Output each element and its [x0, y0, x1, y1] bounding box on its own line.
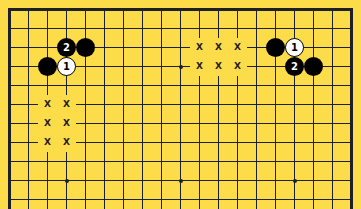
- intersection-6-8: [95, 133, 114, 152]
- grid-line-vertical: [275, 8, 277, 19]
- grid-line-vertical: [161, 171, 163, 190]
- black-stone: [38, 57, 57, 76]
- white-stone-1: 1: [285, 38, 304, 57]
- grid-line-vertical: [199, 171, 201, 190]
- intersection-12-2: [209, 19, 228, 38]
- intersection-16-3: 1: [285, 38, 304, 57]
- intersection-5-3: [76, 38, 95, 57]
- grid-line-vertical: [8, 190, 11, 209]
- intersection-14-6: [247, 95, 266, 114]
- grid-line-vertical: [199, 19, 201, 38]
- intersection-11-1: [190, 0, 209, 19]
- grid-line-vertical: [180, 152, 182, 171]
- grid-line-vertical: [237, 190, 239, 209]
- grid-line-vertical: [313, 38, 315, 57]
- grid-line-vertical: [104, 152, 106, 171]
- intersection-3-5: [38, 76, 57, 95]
- grid-line-vertical: [161, 133, 163, 152]
- intersection-2-10: [19, 171, 38, 190]
- intersection-6-7: [95, 114, 114, 133]
- intersection-13-7: [228, 114, 247, 133]
- intersection-6-11: [95, 190, 114, 209]
- grid-line-vertical: [332, 152, 334, 171]
- grid-line-vertical: [161, 76, 163, 95]
- intersection-17-10: [304, 171, 323, 190]
- intersection-18-2: [323, 19, 342, 38]
- grid-line-vertical: [123, 152, 125, 171]
- grid-line-vertical: [104, 8, 106, 19]
- grid-line-vertical: [199, 114, 201, 133]
- grid-line-vertical: [85, 8, 87, 19]
- intersection-7-2: [114, 19, 133, 38]
- grid-line-vertical: [199, 133, 201, 152]
- grid-line-vertical: [218, 152, 220, 171]
- grid-line-vertical: [218, 190, 220, 209]
- star-point: [65, 179, 69, 183]
- intersection-3-8: X: [38, 133, 57, 152]
- intersection-5-11: [76, 190, 95, 209]
- intersection-14-9: [247, 152, 266, 171]
- grid-line-vertical: [237, 133, 239, 152]
- intersection-11-11: [190, 190, 209, 209]
- grid-line-vertical: [85, 152, 87, 171]
- grid-line-vertical: [237, 19, 239, 38]
- intersection-9-3: [152, 38, 171, 57]
- intersection-9-7: [152, 114, 171, 133]
- go-board: 2XXX11XXX2XXXXXX: [0, 0, 361, 209]
- grid-line-vertical: [8, 57, 11, 76]
- intersection-5-2: [76, 19, 95, 38]
- grid-line-vertical: [275, 76, 277, 95]
- intersection-1-4: [0, 57, 19, 76]
- intersection-10-2: [171, 19, 190, 38]
- intersection-4-11: [57, 190, 76, 209]
- intersection-8-3: [133, 38, 152, 57]
- grid-line-vertical: [28, 190, 30, 209]
- intersection-12-6: [209, 95, 228, 114]
- intersection-13-2: [228, 19, 247, 38]
- grid-line-vertical: [123, 133, 125, 152]
- grid-line-vertical: [47, 152, 49, 171]
- grid-line-vertical: [104, 133, 106, 152]
- grid-line-vertical: [294, 8, 296, 19]
- stone-number: 2: [63, 43, 70, 53]
- intersection-2-9: [19, 152, 38, 171]
- grid-line-vertical: [256, 190, 258, 209]
- x-mark: X: [57, 95, 76, 114]
- intersection-8-9: [133, 152, 152, 171]
- grid-line-vertical: [256, 152, 258, 171]
- grid-line-vertical: [350, 8, 353, 19]
- intersection-18-3: [323, 38, 342, 57]
- intersection-9-2: [152, 19, 171, 38]
- intersection-16-1: [285, 0, 304, 19]
- intersection-12-1: [209, 0, 228, 19]
- intersection-4-7: X: [57, 114, 76, 133]
- intersection-15-11: [266, 190, 285, 209]
- intersection-18-11: [323, 190, 342, 209]
- intersection-3-4: [38, 57, 57, 76]
- intersection-16-5: [285, 76, 304, 95]
- grid-line-vertical: [332, 133, 334, 152]
- grid-line-vertical: [256, 133, 258, 152]
- intersection-17-8: [304, 133, 323, 152]
- x-mark: X: [190, 38, 209, 57]
- grid-line-vertical: [294, 190, 296, 209]
- grid-line-vertical: [8, 133, 11, 152]
- intersection-8-5: [133, 76, 152, 95]
- grid-line-vertical: [332, 171, 334, 190]
- grid-line-vertical: [313, 8, 315, 19]
- intersection-11-10: [190, 171, 209, 190]
- grid-line-vertical: [161, 38, 163, 57]
- grid-line-vertical: [180, 114, 182, 133]
- intersection-18-1: [323, 0, 342, 19]
- intersection-15-9: [266, 152, 285, 171]
- grid-line-vertical: [85, 114, 87, 133]
- intersection-16-7: [285, 114, 304, 133]
- grid-line-vertical: [123, 171, 125, 190]
- white-stone-1: 1: [57, 57, 76, 76]
- intersection-5-10: [76, 171, 95, 190]
- intersection-4-6: X: [57, 95, 76, 114]
- grid-line-vertical: [313, 190, 315, 209]
- grid-line-vertical: [218, 19, 220, 38]
- grid-line-vertical: [161, 8, 163, 19]
- intersection-8-4: [133, 57, 152, 76]
- intersection-6-5: [95, 76, 114, 95]
- intersection-4-2: [57, 19, 76, 38]
- intersection-5-5: [76, 76, 95, 95]
- intersection-18-10: [323, 171, 342, 190]
- grid-line-vertical: [47, 19, 49, 38]
- grid-line-vertical: [142, 76, 144, 95]
- x-mark: X: [228, 38, 247, 57]
- grid-line-vertical: [180, 133, 182, 152]
- grid-line-vertical: [275, 95, 277, 114]
- grid-line-vertical: [123, 38, 125, 57]
- grid-line-vertical: [275, 114, 277, 133]
- intersection-6-3: [95, 38, 114, 57]
- grid-line-vertical: [350, 133, 353, 152]
- x-mark: X: [190, 57, 209, 76]
- grid-line-vertical: [28, 133, 30, 152]
- intersection-18-5: [323, 76, 342, 95]
- grid-line-vertical: [8, 171, 11, 190]
- grid-line-vertical: [294, 133, 296, 152]
- intersection-7-1: [114, 0, 133, 19]
- grid-line-vertical: [47, 8, 49, 19]
- intersection-1-3: [0, 38, 19, 57]
- grid-line-vertical: [66, 8, 68, 19]
- intersection-12-9: [209, 152, 228, 171]
- grid-line-vertical: [275, 171, 277, 190]
- intersection-7-3: [114, 38, 133, 57]
- intersection-8-10: [133, 171, 152, 190]
- intersection-17-5: [304, 76, 323, 95]
- grid-line-vertical: [332, 8, 334, 19]
- grid-line-vertical: [313, 171, 315, 190]
- intersection-13-4: X: [228, 57, 247, 76]
- intersection-10-8: [171, 133, 190, 152]
- intersection-9-8: [152, 133, 171, 152]
- go-diagram: 2XXX11XXX2XXXXXX: [0, 0, 361, 209]
- intersection-13-5: [228, 76, 247, 95]
- intersection-19-7: [342, 114, 361, 133]
- grid-line-vertical: [218, 95, 220, 114]
- grid-line-vertical: [180, 38, 182, 57]
- grid-line-vertical: [350, 76, 353, 95]
- black-stone: [266, 38, 285, 57]
- grid-line-vertical: [275, 57, 277, 76]
- grid-line-vertical: [28, 95, 30, 114]
- intersection-14-8: [247, 133, 266, 152]
- intersection-3-1: [38, 0, 57, 19]
- intersection-11-2: [190, 19, 209, 38]
- intersection-17-7: [304, 114, 323, 133]
- intersection-19-10: [342, 171, 361, 190]
- grid-line-vertical: [66, 76, 68, 95]
- intersection-4-5: [57, 76, 76, 95]
- grid-line-vertical: [123, 114, 125, 133]
- x-mark: X: [38, 133, 57, 152]
- intersection-19-5: [342, 76, 361, 95]
- intersection-6-10: [95, 171, 114, 190]
- grid-line-vertical: [85, 133, 87, 152]
- grid-line-vertical: [256, 57, 258, 76]
- grid-line-vertical: [142, 38, 144, 57]
- grid-line-vertical: [161, 190, 163, 209]
- grid-line-vertical: [142, 57, 144, 76]
- intersection-1-11: [0, 190, 19, 209]
- intersection-14-3: [247, 38, 266, 57]
- star-point: [293, 179, 297, 183]
- grid-line-vertical: [218, 76, 220, 95]
- star-point: [179, 65, 183, 69]
- intersection-18-6: [323, 95, 342, 114]
- grid-line-vertical: [350, 114, 353, 133]
- grid-line-vertical: [313, 114, 315, 133]
- intersection-2-6: [19, 95, 38, 114]
- grid-line-vertical: [350, 38, 353, 57]
- intersection-9-5: [152, 76, 171, 95]
- intersection-2-2: [19, 19, 38, 38]
- grid-line-vertical: [294, 76, 296, 95]
- intersection-12-11: [209, 190, 228, 209]
- grid-line-vertical: [199, 76, 201, 95]
- grid-line-vertical: [8, 152, 11, 171]
- intersection-3-7: X: [38, 114, 57, 133]
- grid-line-vertical: [199, 95, 201, 114]
- grid-line-vertical: [123, 95, 125, 114]
- grid-line-vertical: [142, 152, 144, 171]
- grid-line-vertical: [313, 19, 315, 38]
- grid-line-vertical: [350, 57, 353, 76]
- x-mark: X: [209, 38, 228, 57]
- grid-line-vertical: [47, 38, 49, 57]
- grid-line-vertical: [161, 19, 163, 38]
- grid-line-vertical: [275, 133, 277, 152]
- intersection-11-9: [190, 152, 209, 171]
- intersection-3-9: [38, 152, 57, 171]
- intersection-15-7: [266, 114, 285, 133]
- star-point: [179, 179, 183, 183]
- grid-line-vertical: [85, 76, 87, 95]
- intersection-8-1: [133, 0, 152, 19]
- grid-line-vertical: [332, 190, 334, 209]
- grid-line-vertical: [218, 133, 220, 152]
- grid-line-vertical: [294, 114, 296, 133]
- grid-line-vertical: [350, 95, 353, 114]
- intersection-14-7: [247, 114, 266, 133]
- black-stone-2: 2: [57, 38, 76, 57]
- intersection-16-4: 2: [285, 57, 304, 76]
- intersection-15-1: [266, 0, 285, 19]
- stone-number: 1: [291, 43, 298, 53]
- grid-line-vertical: [66, 152, 68, 171]
- intersection-5-6: [76, 95, 95, 114]
- intersection-17-1: [304, 0, 323, 19]
- black-stone: [304, 57, 323, 76]
- grid-line-vertical: [47, 190, 49, 209]
- intersection-5-9: [76, 152, 95, 171]
- grid-line-vertical: [275, 19, 277, 38]
- grid-line-vertical: [256, 76, 258, 95]
- intersection-2-11: [19, 190, 38, 209]
- intersection-15-5: [266, 76, 285, 95]
- intersection-19-4: [342, 57, 361, 76]
- intersection-2-7: [19, 114, 38, 133]
- intersection-8-6: [133, 95, 152, 114]
- grid-line-vertical: [8, 38, 11, 57]
- intersection-14-4: [247, 57, 266, 76]
- grid-line-vertical: [275, 152, 277, 171]
- grid-line-vertical: [199, 8, 201, 19]
- grid-line-vertical: [142, 95, 144, 114]
- intersection-16-11: [285, 190, 304, 209]
- intersection-10-5: [171, 76, 190, 95]
- grid-line-vertical: [123, 190, 125, 209]
- grid-line-vertical: [218, 114, 220, 133]
- grid-line-vertical: [142, 133, 144, 152]
- intersection-1-1: [0, 0, 19, 19]
- grid-line-vertical: [104, 114, 106, 133]
- grid-line-vertical: [350, 190, 353, 209]
- intersection-6-6: [95, 95, 114, 114]
- grid-line-vertical: [104, 95, 106, 114]
- grid-line-vertical: [28, 171, 30, 190]
- intersection-2-3: [19, 38, 38, 57]
- intersection-11-7: [190, 114, 209, 133]
- intersection-13-6: [228, 95, 247, 114]
- grid-line-vertical: [47, 171, 49, 190]
- grid-line-vertical: [180, 76, 182, 95]
- intersection-17-11: [304, 190, 323, 209]
- grid-line-vertical: [256, 171, 258, 190]
- grid-line-vertical: [350, 19, 353, 38]
- intersection-7-6: [114, 95, 133, 114]
- intersection-14-5: [247, 76, 266, 95]
- grid-line-vertical: [256, 19, 258, 38]
- intersection-11-8: [190, 133, 209, 152]
- grid-line-vertical: [332, 95, 334, 114]
- intersection-4-1: [57, 0, 76, 19]
- black-stone: [76, 38, 95, 57]
- intersection-17-6: [304, 95, 323, 114]
- intersection-7-4: [114, 57, 133, 76]
- intersection-19-11: [342, 190, 361, 209]
- intersection-18-7: [323, 114, 342, 133]
- grid-line-vertical: [294, 19, 296, 38]
- grid-line-vertical: [161, 95, 163, 114]
- grid-line-vertical: [313, 152, 315, 171]
- intersection-10-9: [171, 152, 190, 171]
- intersection-1-7: [0, 114, 19, 133]
- grid-line-vertical: [85, 171, 87, 190]
- grid-line-vertical: [313, 76, 315, 95]
- intersection-13-11: [228, 190, 247, 209]
- grid-line-vertical: [8, 19, 11, 38]
- intersection-16-2: [285, 19, 304, 38]
- stone-number: 2: [291, 62, 298, 72]
- grid-line-vertical: [8, 76, 11, 95]
- grid-line-vertical: [237, 114, 239, 133]
- intersection-9-9: [152, 152, 171, 171]
- intersection-4-9: [57, 152, 76, 171]
- grid-line-vertical: [123, 8, 125, 19]
- grid-line-vertical: [256, 114, 258, 133]
- grid-line-vertical: [256, 95, 258, 114]
- intersection-10-3: [171, 38, 190, 57]
- intersection-11-5: [190, 76, 209, 95]
- grid-line-vertical: [28, 152, 30, 171]
- grid-line-vertical: [104, 190, 106, 209]
- intersection-5-8: [76, 133, 95, 152]
- intersection-12-8: [209, 133, 228, 152]
- intersection-2-4: [19, 57, 38, 76]
- grid-line-vertical: [28, 8, 30, 19]
- intersection-18-8: [323, 133, 342, 152]
- intersection-6-4: [95, 57, 114, 76]
- intersection-12-5: [209, 76, 228, 95]
- intersection-19-2: [342, 19, 361, 38]
- intersection-9-6: [152, 95, 171, 114]
- grid-line-vertical: [332, 19, 334, 38]
- intersection-1-9: [0, 152, 19, 171]
- grid-line-vertical: [275, 190, 277, 209]
- grid-line-vertical: [85, 95, 87, 114]
- intersection-16-6: [285, 95, 304, 114]
- intersection-13-3: X: [228, 38, 247, 57]
- intersection-11-6: [190, 95, 209, 114]
- x-mark: X: [57, 114, 76, 133]
- intersection-9-11: [152, 190, 171, 209]
- grid-line-vertical: [218, 171, 220, 190]
- intersection-7-10: [114, 171, 133, 190]
- intersection-9-4: [152, 57, 171, 76]
- intersection-15-4: [266, 57, 285, 76]
- x-mark: X: [228, 57, 247, 76]
- intersection-12-10: [209, 171, 228, 190]
- intersection-4-8: X: [57, 133, 76, 152]
- intersection-16-9: [285, 152, 304, 171]
- intersection-14-1: [247, 0, 266, 19]
- intersection-15-6: [266, 95, 285, 114]
- intersection-15-3: [266, 38, 285, 57]
- grid-line-vertical: [8, 114, 11, 133]
- intersection-10-7: [171, 114, 190, 133]
- x-mark: X: [38, 114, 57, 133]
